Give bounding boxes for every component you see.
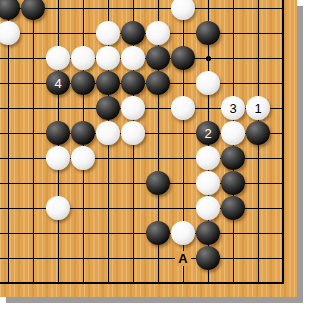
go-board[interactable]: 1234A (0, 0, 297, 297)
white-stone (71, 46, 95, 70)
black-stone (196, 21, 220, 45)
black-stone (96, 96, 120, 120)
star-point (206, 56, 211, 61)
point-letter-annotation: A (175, 251, 191, 266)
go-diagram: 1234A (0, 0, 310, 310)
black-stone (196, 121, 220, 145)
white-stone (46, 46, 70, 70)
black-stone (121, 71, 145, 95)
black-stone (146, 46, 170, 70)
black-stone (246, 121, 270, 145)
white-stone (196, 71, 220, 95)
white-stone (96, 46, 120, 70)
black-stone (146, 71, 170, 95)
black-stone (0, 0, 20, 20)
black-stone (171, 46, 195, 70)
black-stone (146, 221, 170, 245)
white-stone (46, 146, 70, 170)
black-stone (196, 246, 220, 270)
black-stone (146, 171, 170, 195)
black-stone (221, 171, 245, 195)
white-stone (171, 0, 195, 20)
white-stone (96, 21, 120, 45)
black-stone (21, 0, 45, 20)
white-stone (0, 21, 20, 45)
black-stone (221, 196, 245, 220)
white-stone (171, 96, 195, 120)
white-stone (246, 96, 270, 120)
white-stone (46, 196, 70, 220)
white-stone (196, 196, 220, 220)
white-stone (96, 121, 120, 145)
black-stone (221, 146, 245, 170)
white-stone (121, 121, 145, 145)
white-stone (221, 121, 245, 145)
black-stone (96, 71, 120, 95)
black-stone (121, 21, 145, 45)
white-stone (171, 221, 195, 245)
white-stone (196, 146, 220, 170)
black-stone (71, 71, 95, 95)
black-stone (46, 71, 70, 95)
white-stone (196, 171, 220, 195)
black-stone (71, 121, 95, 145)
white-stone (221, 96, 245, 120)
white-stone (71, 146, 95, 170)
white-stone (146, 21, 170, 45)
black-stone (196, 221, 220, 245)
black-stone (46, 121, 70, 145)
white-stone (121, 96, 145, 120)
white-stone (121, 46, 145, 70)
